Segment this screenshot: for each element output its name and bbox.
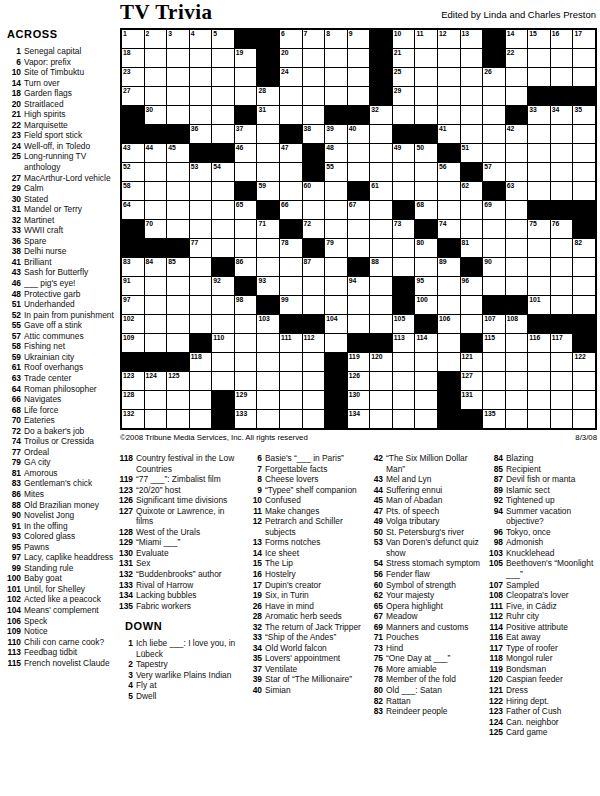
white-square[interactable] — [190, 296, 212, 314]
white-square[interactable] — [438, 277, 460, 295]
white-square[interactable]: 74 — [438, 220, 460, 238]
white-square[interactable]: 58 — [122, 182, 144, 200]
white-square[interactable] — [145, 296, 167, 314]
white-square[interactable]: 122 — [573, 353, 595, 371]
white-square[interactable] — [167, 315, 189, 333]
white-square[interactable]: 67 — [348, 201, 370, 219]
white-square[interactable] — [348, 163, 370, 181]
white-square[interactable]: 23 — [122, 68, 144, 86]
white-square[interactable] — [257, 125, 279, 143]
white-square[interactable] — [348, 144, 370, 162]
white-square[interactable] — [415, 163, 437, 181]
white-square[interactable]: 41 — [438, 125, 460, 143]
white-square[interactable] — [506, 410, 528, 428]
white-square[interactable] — [438, 68, 460, 86]
white-square[interactable]: 8 — [325, 30, 347, 48]
white-square[interactable]: 70 — [145, 220, 167, 238]
white-square[interactable]: 115 — [483, 334, 505, 352]
white-square[interactable] — [528, 125, 550, 143]
white-square[interactable] — [235, 239, 257, 257]
white-square[interactable]: 83 — [122, 258, 144, 276]
white-square[interactable]: 110 — [212, 334, 234, 352]
white-square[interactable] — [506, 163, 528, 181]
white-square[interactable] — [303, 353, 325, 371]
white-square[interactable] — [528, 68, 550, 86]
white-square[interactable] — [212, 353, 234, 371]
white-square[interactable] — [212, 106, 234, 124]
white-square[interactable]: 39 — [325, 125, 347, 143]
white-square[interactable]: 97 — [122, 296, 144, 314]
white-square[interactable] — [145, 277, 167, 295]
white-square[interactable]: 95 — [415, 277, 437, 295]
white-square[interactable] — [190, 258, 212, 276]
white-square[interactable] — [325, 201, 347, 219]
white-square[interactable]: 106 — [438, 315, 460, 333]
white-square[interactable] — [573, 410, 595, 428]
white-square[interactable]: 6 — [280, 30, 302, 48]
white-square[interactable]: 107 — [483, 315, 505, 333]
white-square[interactable] — [506, 201, 528, 219]
white-square[interactable] — [325, 49, 347, 67]
white-square[interactable]: 37 — [235, 125, 257, 143]
white-square[interactable]: 38 — [303, 125, 325, 143]
white-square[interactable]: 55 — [325, 163, 347, 181]
white-square[interactable]: 26 — [483, 68, 505, 86]
white-square[interactable]: 78 — [280, 239, 302, 257]
white-square[interactable]: 20 — [280, 49, 302, 67]
white-square[interactable]: 73 — [393, 220, 415, 238]
white-square[interactable] — [257, 163, 279, 181]
white-square[interactable]: 127 — [461, 372, 483, 390]
white-square[interactable] — [573, 163, 595, 181]
white-square[interactable] — [461, 220, 483, 238]
white-square[interactable]: 76 — [551, 220, 573, 238]
white-square[interactable]: 62 — [461, 182, 483, 200]
white-square[interactable] — [438, 106, 460, 124]
white-square[interactable] — [348, 68, 370, 86]
white-square[interactable]: 9 — [348, 30, 370, 48]
white-square[interactable] — [506, 277, 528, 295]
white-square[interactable]: 45 — [167, 144, 189, 162]
white-square[interactable]: 19 — [235, 49, 257, 67]
white-square[interactable] — [415, 410, 437, 428]
white-square[interactable]: 90 — [483, 258, 505, 276]
white-square[interactable] — [483, 391, 505, 409]
white-square[interactable] — [167, 68, 189, 86]
white-square[interactable]: 46 — [235, 144, 257, 162]
white-square[interactable]: 116 — [528, 334, 550, 352]
white-square[interactable]: 27 — [122, 87, 144, 105]
white-square[interactable] — [145, 87, 167, 105]
white-square[interactable]: 104 — [325, 315, 347, 333]
white-square[interactable] — [415, 49, 437, 67]
white-square[interactable]: 131 — [461, 391, 483, 409]
white-square[interactable] — [212, 372, 234, 390]
white-square[interactable] — [438, 87, 460, 105]
white-square[interactable]: 7 — [303, 30, 325, 48]
white-square[interactable] — [393, 391, 415, 409]
white-square[interactable] — [325, 220, 347, 238]
white-square[interactable] — [551, 239, 573, 257]
white-square[interactable]: 125 — [167, 372, 189, 390]
white-square[interactable]: 32 — [370, 106, 392, 124]
white-square[interactable] — [573, 49, 595, 67]
white-square[interactable] — [280, 372, 302, 390]
white-square[interactable] — [235, 220, 257, 238]
white-square[interactable]: 133 — [235, 410, 257, 428]
white-square[interactable] — [370, 315, 392, 333]
white-square[interactable] — [551, 163, 573, 181]
white-square[interactable] — [257, 239, 279, 257]
white-square[interactable] — [145, 391, 167, 409]
white-square[interactable] — [415, 353, 437, 371]
white-square[interactable]: 94 — [348, 277, 370, 295]
white-square[interactable] — [257, 353, 279, 371]
white-square[interactable] — [167, 87, 189, 105]
white-square[interactable] — [461, 106, 483, 124]
white-square[interactable]: 47 — [280, 144, 302, 162]
white-square[interactable] — [528, 239, 550, 257]
white-square[interactable] — [370, 220, 392, 238]
white-square[interactable] — [145, 201, 167, 219]
white-square[interactable]: 85 — [167, 258, 189, 276]
white-square[interactable] — [325, 68, 347, 86]
white-square[interactable] — [393, 410, 415, 428]
white-square[interactable] — [551, 277, 573, 295]
white-square[interactable] — [212, 239, 234, 257]
white-square[interactable] — [393, 353, 415, 371]
white-square[interactable] — [483, 353, 505, 371]
white-square[interactable] — [528, 182, 550, 200]
white-square[interactable]: 108 — [506, 315, 528, 333]
white-square[interactable] — [145, 68, 167, 86]
white-square[interactable] — [348, 315, 370, 333]
white-square[interactable] — [190, 277, 212, 295]
white-square[interactable]: 44 — [145, 144, 167, 162]
white-square[interactable]: 30 — [145, 106, 167, 124]
white-square[interactable] — [573, 372, 595, 390]
white-square[interactable] — [190, 391, 212, 409]
white-square[interactable] — [257, 144, 279, 162]
white-square[interactable] — [573, 144, 595, 162]
white-square[interactable]: 36 — [190, 125, 212, 143]
white-square[interactable] — [551, 391, 573, 409]
white-square[interactable] — [235, 353, 257, 371]
white-square[interactable]: 69 — [483, 201, 505, 219]
white-square[interactable] — [551, 125, 573, 143]
white-square[interactable]: 124 — [145, 372, 167, 390]
white-square[interactable] — [325, 296, 347, 314]
white-square[interactable]: 93 — [257, 277, 279, 295]
white-square[interactable]: 120 — [370, 353, 392, 371]
white-square[interactable]: 105 — [393, 315, 415, 333]
white-square[interactable] — [235, 334, 257, 352]
white-square[interactable]: 135 — [483, 410, 505, 428]
white-square[interactable] — [528, 277, 550, 295]
white-square[interactable]: 92 — [212, 277, 234, 295]
white-square[interactable] — [280, 277, 302, 295]
white-square[interactable] — [415, 182, 437, 200]
white-square[interactable]: 10 — [393, 30, 415, 48]
white-square[interactable]: 68 — [415, 201, 437, 219]
white-square[interactable]: 60 — [303, 182, 325, 200]
white-square[interactable] — [212, 49, 234, 67]
white-square[interactable]: 109 — [122, 334, 144, 352]
white-square[interactable]: 59 — [257, 182, 279, 200]
white-square[interactable] — [303, 296, 325, 314]
white-square[interactable] — [415, 87, 437, 105]
white-square[interactable]: 51 — [461, 144, 483, 162]
white-square[interactable]: 126 — [348, 372, 370, 390]
white-square[interactable] — [506, 391, 528, 409]
white-square[interactable] — [393, 372, 415, 390]
white-square[interactable] — [325, 334, 347, 352]
white-square[interactable] — [235, 87, 257, 105]
white-square[interactable] — [393, 163, 415, 181]
white-square[interactable] — [190, 220, 212, 238]
white-square[interactable] — [167, 163, 189, 181]
white-square[interactable]: 91 — [122, 277, 144, 295]
white-square[interactable] — [506, 353, 528, 371]
white-square[interactable] — [167, 334, 189, 352]
white-square[interactable]: 42 — [506, 125, 528, 143]
white-square[interactable] — [145, 49, 167, 67]
white-square[interactable] — [280, 353, 302, 371]
white-square[interactable]: 63 — [506, 182, 528, 200]
white-square[interactable] — [506, 68, 528, 86]
white-square[interactable] — [348, 239, 370, 257]
white-square[interactable] — [461, 201, 483, 219]
white-square[interactable] — [483, 372, 505, 390]
white-square[interactable] — [528, 391, 550, 409]
white-square[interactable] — [573, 296, 595, 314]
white-square[interactable] — [483, 220, 505, 238]
white-square[interactable]: 80 — [415, 239, 437, 257]
white-square[interactable] — [280, 258, 302, 276]
white-square[interactable] — [506, 87, 528, 105]
white-square[interactable]: 101 — [528, 296, 550, 314]
white-square[interactable] — [370, 239, 392, 257]
white-square[interactable] — [438, 182, 460, 200]
white-square[interactable] — [551, 372, 573, 390]
white-square[interactable] — [438, 353, 460, 371]
white-square[interactable]: 57 — [483, 163, 505, 181]
white-square[interactable]: 113 — [393, 334, 415, 352]
white-square[interactable] — [461, 49, 483, 67]
white-square[interactable]: 86 — [235, 258, 257, 276]
white-square[interactable] — [280, 106, 302, 124]
white-square[interactable] — [551, 296, 573, 314]
white-square[interactable] — [190, 49, 212, 67]
white-square[interactable]: 25 — [393, 68, 415, 86]
white-square[interactable] — [438, 201, 460, 219]
white-square[interactable] — [190, 372, 212, 390]
white-square[interactable] — [280, 182, 302, 200]
white-square[interactable]: 81 — [461, 239, 483, 257]
white-square[interactable]: 49 — [393, 144, 415, 162]
white-square[interactable] — [370, 391, 392, 409]
white-square[interactable] — [506, 220, 528, 238]
white-square[interactable]: 48 — [325, 144, 347, 162]
white-square[interactable] — [573, 258, 595, 276]
white-square[interactable] — [506, 144, 528, 162]
white-square[interactable] — [212, 182, 234, 200]
white-square[interactable]: 43 — [122, 144, 144, 162]
white-square[interactable]: 121 — [461, 353, 483, 371]
white-square[interactable]: 134 — [348, 410, 370, 428]
white-square[interactable]: 33 — [528, 106, 550, 124]
white-square[interactable] — [167, 410, 189, 428]
white-square[interactable] — [145, 163, 167, 181]
white-square[interactable] — [303, 106, 325, 124]
white-square[interactable] — [235, 372, 257, 390]
white-square[interactable]: 112 — [303, 334, 325, 352]
white-square[interactable] — [190, 201, 212, 219]
white-square[interactable] — [235, 68, 257, 86]
white-square[interactable]: 117 — [551, 334, 573, 352]
white-square[interactable] — [167, 182, 189, 200]
white-square[interactable]: 1 — [122, 30, 144, 48]
white-square[interactable] — [303, 410, 325, 428]
white-square[interactable] — [551, 258, 573, 276]
white-square[interactable]: 16 — [551, 30, 573, 48]
white-square[interactable]: 28 — [257, 87, 279, 105]
white-square[interactable] — [190, 410, 212, 428]
white-square[interactable] — [303, 201, 325, 219]
white-square[interactable]: 129 — [235, 391, 257, 409]
white-square[interactable]: 119 — [348, 353, 370, 371]
white-square[interactable] — [212, 68, 234, 86]
white-square[interactable]: 22 — [506, 49, 528, 67]
white-square[interactable] — [573, 125, 595, 143]
white-square[interactable] — [370, 201, 392, 219]
white-square[interactable] — [303, 391, 325, 409]
white-square[interactable]: 64 — [122, 201, 144, 219]
white-square[interactable] — [528, 372, 550, 390]
white-square[interactable] — [528, 258, 550, 276]
white-square[interactable]: 114 — [415, 334, 437, 352]
white-square[interactable] — [167, 49, 189, 67]
white-square[interactable] — [167, 220, 189, 238]
white-square[interactable] — [167, 296, 189, 314]
white-square[interactable] — [325, 87, 347, 105]
white-square[interactable] — [280, 163, 302, 181]
white-square[interactable] — [325, 258, 347, 276]
white-square[interactable] — [190, 106, 212, 124]
white-square[interactable] — [145, 410, 167, 428]
white-square[interactable]: 61 — [370, 182, 392, 200]
white-square[interactable]: 89 — [438, 258, 460, 276]
white-square[interactable]: 29 — [393, 87, 415, 105]
white-square[interactable] — [257, 334, 279, 352]
white-square[interactable] — [280, 391, 302, 409]
white-square[interactable] — [370, 410, 392, 428]
white-square[interactable]: 17 — [573, 30, 595, 48]
white-square[interactable] — [573, 277, 595, 295]
white-square[interactable] — [370, 144, 392, 162]
white-square[interactable]: 72 — [303, 220, 325, 238]
white-square[interactable] — [167, 277, 189, 295]
white-square[interactable] — [370, 163, 392, 181]
white-square[interactable] — [551, 410, 573, 428]
white-square[interactable] — [551, 144, 573, 162]
white-square[interactable] — [438, 296, 460, 314]
white-square[interactable] — [303, 277, 325, 295]
white-square[interactable] — [528, 49, 550, 67]
white-square[interactable] — [212, 201, 234, 219]
white-square[interactable] — [438, 334, 460, 352]
white-square[interactable] — [303, 372, 325, 390]
crossword-grid[interactable]: 1234567891011121314151617181920212223242… — [120, 28, 597, 430]
white-square[interactable] — [483, 125, 505, 143]
white-square[interactable] — [190, 68, 212, 86]
white-square[interactable]: 98 — [235, 296, 257, 314]
white-square[interactable]: 18 — [122, 49, 144, 67]
white-square[interactable] — [212, 296, 234, 314]
white-square[interactable]: 5 — [212, 30, 234, 48]
white-square[interactable] — [348, 296, 370, 314]
white-square[interactable]: 102 — [122, 315, 144, 333]
white-square[interactable]: 40 — [348, 125, 370, 143]
white-square[interactable]: 79 — [325, 239, 347, 257]
white-square[interactable] — [393, 106, 415, 124]
white-square[interactable] — [167, 106, 189, 124]
white-square[interactable]: 52 — [122, 163, 144, 181]
white-square[interactable]: 24 — [280, 68, 302, 86]
white-square[interactable] — [528, 163, 550, 181]
white-square[interactable]: 132 — [122, 410, 144, 428]
white-square[interactable] — [190, 315, 212, 333]
white-square[interactable] — [461, 315, 483, 333]
white-square[interactable] — [212, 220, 234, 238]
white-square[interactable] — [551, 68, 573, 86]
white-square[interactable]: 50 — [415, 144, 437, 162]
white-square[interactable]: 100 — [415, 296, 437, 314]
white-square[interactable] — [506, 258, 528, 276]
white-square[interactable]: 71 — [257, 220, 279, 238]
white-square[interactable]: 53 — [190, 163, 212, 181]
white-square[interactable] — [461, 125, 483, 143]
white-square[interactable]: 96 — [461, 277, 483, 295]
white-square[interactable]: 15 — [528, 30, 550, 48]
white-square[interactable] — [573, 68, 595, 86]
white-square[interactable] — [257, 410, 279, 428]
white-square[interactable]: 118 — [190, 353, 212, 371]
white-square[interactable]: 128 — [122, 391, 144, 409]
white-square[interactable]: 3 — [167, 30, 189, 48]
white-square[interactable] — [167, 201, 189, 219]
white-square[interactable]: 87 — [303, 258, 325, 276]
white-square[interactable] — [483, 239, 505, 257]
white-square[interactable] — [370, 125, 392, 143]
white-square[interactable] — [573, 182, 595, 200]
white-square[interactable]: 65 — [235, 201, 257, 219]
white-square[interactable] — [483, 106, 505, 124]
white-square[interactable] — [370, 277, 392, 295]
white-square[interactable] — [257, 391, 279, 409]
white-square[interactable]: 111 — [280, 334, 302, 352]
white-square[interactable] — [190, 182, 212, 200]
white-square[interactable]: 77 — [190, 239, 212, 257]
white-square[interactable] — [483, 144, 505, 162]
white-square[interactable] — [461, 87, 483, 105]
white-square[interactable] — [438, 49, 460, 67]
white-square[interactable]: 130 — [348, 391, 370, 409]
white-square[interactable]: 99 — [280, 296, 302, 314]
white-square[interactable] — [145, 182, 167, 200]
white-square[interactable] — [415, 106, 437, 124]
white-square[interactable] — [303, 68, 325, 86]
